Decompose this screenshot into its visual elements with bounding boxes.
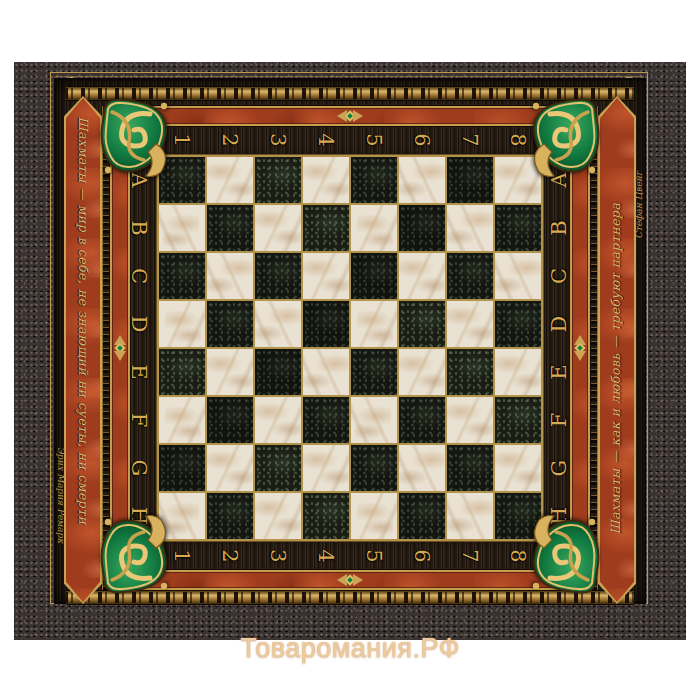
- quote-attribution-right: Стефан Цвейг: [634, 140, 646, 270]
- square-D2: [207, 301, 253, 347]
- square-E5: [351, 349, 397, 395]
- square-F2: [207, 397, 253, 443]
- square-C4: [303, 253, 349, 299]
- square-G5: [351, 445, 397, 491]
- square-E1: [159, 349, 205, 395]
- square-A6: [399, 157, 445, 203]
- square-G2: [207, 445, 253, 491]
- watermark-text: Товаромания.РФ: [0, 633, 700, 664]
- square-B6: [399, 205, 445, 251]
- square-D4: [303, 301, 349, 347]
- files-top-label-5: 5: [351, 127, 397, 153]
- green-corner-ornament-bottom-left: [98, 514, 172, 596]
- square-A3: [255, 157, 301, 203]
- chess-board: [157, 155, 543, 541]
- ranks-right-label-C: C: [546, 253, 572, 299]
- files-top-label-3: 3: [255, 127, 301, 153]
- square-G8: [495, 445, 541, 491]
- square-H6: [399, 493, 445, 539]
- square-F3: [255, 397, 301, 443]
- square-B5: [351, 205, 397, 251]
- band-gem-bottom: [337, 573, 363, 587]
- square-D3: [255, 301, 301, 347]
- square-B8: [495, 205, 541, 251]
- square-C3: [255, 253, 301, 299]
- files-bottom-label-2: 2: [207, 543, 253, 569]
- square-B2: [207, 205, 253, 251]
- files-bottom-label-5: 5: [351, 543, 397, 569]
- files-top-label-6: 6: [399, 127, 445, 153]
- square-E6: [399, 349, 445, 395]
- quote-attribution-left: Эрих Мария Ремарк: [54, 410, 66, 580]
- band-gem-right: [573, 335, 587, 361]
- square-C1: [159, 253, 205, 299]
- square-F1: [159, 397, 205, 443]
- square-A2: [207, 157, 253, 203]
- square-C5: [351, 253, 397, 299]
- band-gem-left: [113, 335, 127, 361]
- square-D1: [159, 301, 205, 347]
- square-F6: [399, 397, 445, 443]
- square-H3: [255, 493, 301, 539]
- file-labels-bottom: 12345678: [157, 543, 547, 569]
- files-top-label-2: 2: [207, 127, 253, 153]
- files-top-label-7: 7: [447, 127, 493, 153]
- square-A4: [303, 157, 349, 203]
- square-G4: [303, 445, 349, 491]
- rank-labels-right: ABCDEFGH: [546, 155, 572, 545]
- square-G7: [447, 445, 493, 491]
- ranks-left-label-C: C: [126, 253, 152, 299]
- square-E2: [207, 349, 253, 395]
- green-corner-ornament-bottom-right: [528, 514, 602, 596]
- square-H2: [207, 493, 253, 539]
- square-G3: [255, 445, 301, 491]
- rank-labels-left: ABCDEFGH: [126, 155, 152, 545]
- square-A7: [447, 157, 493, 203]
- ranks-left-label-D: D: [126, 301, 152, 347]
- files-top-label-4: 4: [303, 127, 349, 153]
- product-photo-page: Шахматы — мир в себе, не знающий ни сует…: [0, 0, 700, 700]
- square-F8: [495, 397, 541, 443]
- ranks-left-label-E: E: [126, 349, 152, 395]
- ranks-right-label-D: D: [546, 301, 572, 347]
- square-E4: [303, 349, 349, 395]
- square-D5: [351, 301, 397, 347]
- square-B7: [447, 205, 493, 251]
- square-F4: [303, 397, 349, 443]
- ranks-right-label-F: F: [546, 397, 572, 443]
- square-H4: [303, 493, 349, 539]
- square-E8: [495, 349, 541, 395]
- square-D8: [495, 301, 541, 347]
- ranks-right-label-B: B: [546, 205, 572, 251]
- square-B3: [255, 205, 301, 251]
- square-G1: [159, 445, 205, 491]
- files-bottom-label-7: 7: [447, 543, 493, 569]
- files-bottom-label-6: 6: [399, 543, 445, 569]
- square-E3: [255, 349, 301, 395]
- files-bottom-label-3: 3: [255, 543, 301, 569]
- square-D7: [447, 301, 493, 347]
- files-bottom-label-4: 4: [303, 543, 349, 569]
- square-G6: [399, 445, 445, 491]
- square-C2: [207, 253, 253, 299]
- square-F5: [351, 397, 397, 443]
- square-E7: [447, 349, 493, 395]
- square-H5: [351, 493, 397, 539]
- square-C8: [495, 253, 541, 299]
- ranks-left-label-F: F: [126, 397, 152, 443]
- ranks-left-label-G: G: [126, 445, 152, 491]
- file-labels-top: 12345678: [157, 127, 547, 153]
- square-H7: [447, 493, 493, 539]
- green-corner-ornament-top-right: [528, 96, 602, 178]
- ranks-right-label-E: E: [546, 349, 572, 395]
- square-B4: [303, 205, 349, 251]
- band-gem-top: [337, 109, 363, 123]
- ranks-left-label-B: B: [126, 205, 152, 251]
- square-D6: [399, 301, 445, 347]
- green-corner-ornament-top-left: [98, 96, 172, 178]
- square-B1: [159, 205, 205, 251]
- square-C7: [447, 253, 493, 299]
- quote-text-right: Шахматы — как и любовь — требуют партнер…: [608, 154, 625, 584]
- square-C6: [399, 253, 445, 299]
- quote-text-left: Шахматы — мир в себе, не знающий ни сует…: [74, 106, 91, 536]
- ranks-right-label-G: G: [546, 445, 572, 491]
- square-F7: [447, 397, 493, 443]
- chess-board-photo: Шахматы — мир в себе, не знающий ни сует…: [14, 62, 686, 640]
- square-A5: [351, 157, 397, 203]
